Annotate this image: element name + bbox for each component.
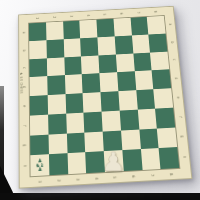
coordinate-label: g <box>22 144 26 147</box>
board-square <box>80 20 98 38</box>
board-square <box>97 36 115 55</box>
board-square <box>29 58 47 77</box>
coordinate-label: 8 <box>168 173 172 176</box>
coordinate-label: 7 <box>136 11 140 13</box>
board-square <box>30 134 49 155</box>
board-square <box>84 111 103 132</box>
board-square <box>63 38 81 57</box>
board-square <box>119 109 138 130</box>
board-square <box>131 34 150 53</box>
board-square <box>82 73 101 93</box>
board-square <box>46 39 64 58</box>
brand-text: ♞ US CHESS <box>20 72 24 93</box>
board-square: ♟ <box>104 150 124 172</box>
board-square <box>153 88 173 108</box>
coordinate-label: e <box>22 105 26 108</box>
board-square <box>47 94 65 114</box>
coordinate-label: f <box>22 125 26 127</box>
board-square <box>118 90 137 110</box>
coordinate-label: h <box>182 156 186 159</box>
coordinate-label: a <box>168 23 172 25</box>
board-square <box>48 113 67 134</box>
photo-scene: ♟♞♝♟♟ ♞ US CHESS 11aa22bb33cc44dd55ee66f… <box>0 0 200 200</box>
coordinate-label: 4 <box>86 14 90 16</box>
coordinate-label: d <box>22 86 26 89</box>
coordinate-label: g <box>180 135 184 138</box>
board-square <box>46 22 63 40</box>
board-square <box>114 35 132 54</box>
chess-diamond-logo-icon: ♟♞♝♟ <box>30 154 49 176</box>
board-square <box>137 108 157 129</box>
board-square <box>100 91 119 111</box>
board-square <box>130 17 148 35</box>
board-square <box>113 18 131 36</box>
board-square <box>48 133 67 154</box>
board-square <box>139 128 159 149</box>
white-pawn: ♟ <box>102 149 126 175</box>
board-square <box>47 57 65 76</box>
coordinate-label: 2 <box>56 179 60 182</box>
board-square <box>29 40 46 59</box>
coordinate-label: 6 <box>119 12 123 14</box>
coordinate-label: 3 <box>69 15 73 17</box>
board-square <box>96 19 114 37</box>
board-square <box>67 152 86 174</box>
board-square <box>47 75 65 95</box>
coordinate-label: 1 <box>38 180 42 183</box>
coordinate-label: a <box>22 31 26 33</box>
board-square <box>64 56 82 75</box>
board-square <box>157 127 177 148</box>
coordinate-label: 3 <box>75 178 79 181</box>
board-square <box>30 76 48 96</box>
coordinate-label: c <box>22 67 26 69</box>
board-square <box>116 53 135 72</box>
board-square <box>63 21 81 39</box>
board-square <box>66 112 85 133</box>
coordinate-label: b <box>170 41 174 43</box>
board-square <box>65 93 84 113</box>
board-square <box>140 148 160 170</box>
coordinate-label: e <box>176 96 180 99</box>
board-square <box>29 23 46 41</box>
board-square <box>147 16 166 34</box>
board-square <box>80 37 98 56</box>
board-square <box>66 132 85 153</box>
coordinate-label: 5 <box>103 13 107 15</box>
board-square: ♟♞♝♟ <box>30 154 49 176</box>
coordinate-label: 2 <box>52 16 56 18</box>
board-grid: ♟♞♝♟♟ <box>29 16 179 176</box>
coordinate-label: d <box>174 77 178 80</box>
coordinate-label: b <box>22 49 26 51</box>
board-square <box>98 54 116 73</box>
photo-dark-edge-bottom <box>0 193 200 200</box>
chess-board-wrap: ♟♞♝♟♟ ♞ US CHESS 11aa22bb33cc44dd55ee66f… <box>8 0 191 187</box>
board-square <box>64 74 82 94</box>
board-square <box>136 89 155 109</box>
chess-board: ♟♞♝♟♟ ♞ US CHESS 11aa22bb33cc44dd55ee66f… <box>18 6 192 189</box>
board-square <box>150 51 169 70</box>
coordinate-label: 7 <box>150 174 154 177</box>
coordinate-label: f <box>178 116 182 118</box>
coordinate-label: c <box>172 59 176 61</box>
board-square <box>99 72 118 92</box>
board-square <box>134 70 153 90</box>
coordinate-label: h <box>22 165 26 168</box>
board-square <box>83 92 102 112</box>
coordinate-label: 8 <box>153 10 157 12</box>
board-square <box>133 52 152 71</box>
board-square <box>155 107 175 128</box>
board-square <box>159 147 179 169</box>
board-square <box>117 71 136 91</box>
board-square <box>49 153 68 175</box>
board-square <box>81 55 99 74</box>
coordinate-label: 4 <box>94 177 98 180</box>
board-square <box>149 33 168 52</box>
board-square <box>30 114 48 135</box>
board-square <box>30 95 48 115</box>
board-square <box>152 69 171 89</box>
coordinate-label: 6 <box>131 175 135 178</box>
board-square <box>102 110 121 131</box>
coordinate-label: 1 <box>35 17 39 19</box>
